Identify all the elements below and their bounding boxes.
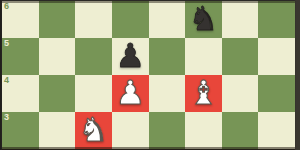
black-knight[interactable]: ♞ <box>189 0 219 37</box>
square-f3[interactable] <box>185 112 222 149</box>
square-f6[interactable]: ♞ <box>185 1 222 38</box>
square-a3[interactable]: 3 <box>2 112 39 149</box>
square-g4[interactable] <box>222 75 259 112</box>
chess-board[interactable]: 6♞5♟4♟♝3♞ <box>2 1 295 149</box>
screenshot-frame: 6♞5♟4♟♝3♞ <box>0 0 300 150</box>
square-h4[interactable] <box>258 75 295 112</box>
square-d3[interactable] <box>112 112 149 149</box>
square-b3[interactable] <box>39 112 76 149</box>
white-knight[interactable]: ♞ <box>79 111 109 148</box>
white-bishop[interactable]: ♝ <box>189 74 219 111</box>
rank-label-3: 3 <box>4 112 9 123</box>
square-d4[interactable]: ♟ <box>112 75 149 112</box>
square-c3[interactable]: ♞ <box>75 112 112 149</box>
rank-label-6: 6 <box>4 1 9 12</box>
square-f5[interactable] <box>185 38 222 75</box>
square-d5[interactable]: ♟ <box>112 38 149 75</box>
square-g5[interactable] <box>222 38 259 75</box>
square-h6[interactable] <box>258 1 295 38</box>
square-c6[interactable] <box>75 1 112 38</box>
black-pawn[interactable]: ♟ <box>115 37 145 74</box>
square-e6[interactable] <box>149 1 186 38</box>
square-f4[interactable]: ♝ <box>185 75 222 112</box>
square-h3[interactable] <box>258 112 295 149</box>
square-a5[interactable]: 5 <box>2 38 39 75</box>
white-pawn[interactable]: ♟ <box>115 74 145 111</box>
square-b4[interactable] <box>39 75 76 112</box>
square-e4[interactable] <box>149 75 186 112</box>
square-b6[interactable] <box>39 1 76 38</box>
square-b5[interactable] <box>39 38 76 75</box>
square-g3[interactable] <box>222 112 259 149</box>
square-g6[interactable] <box>222 1 259 38</box>
square-a4[interactable]: 4 <box>2 75 39 112</box>
square-e5[interactable] <box>149 38 186 75</box>
square-d6[interactable] <box>112 1 149 38</box>
square-h5[interactable] <box>258 38 295 75</box>
rank-label-4: 4 <box>4 75 9 86</box>
square-e3[interactable] <box>149 112 186 149</box>
square-c5[interactable] <box>75 38 112 75</box>
rank-label-5: 5 <box>4 38 9 49</box>
square-c4[interactable] <box>75 75 112 112</box>
square-a6[interactable]: 6 <box>2 1 39 38</box>
